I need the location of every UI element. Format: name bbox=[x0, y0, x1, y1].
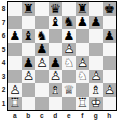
square-f3[interactable]: ♞♘ bbox=[76, 70, 90, 84]
piece-black-bishop: ♝ bbox=[23, 30, 34, 43]
piece-white-king: ♚♔ bbox=[90, 97, 101, 110]
piece-black-knight: ♞ bbox=[63, 16, 74, 29]
square-e2[interactable]: ♛♕ bbox=[62, 83, 76, 97]
square-e8[interactable] bbox=[62, 2, 76, 16]
square-a5[interactable] bbox=[8, 43, 22, 57]
square-b2[interactable] bbox=[22, 83, 36, 97]
square-c7[interactable] bbox=[35, 16, 49, 30]
chess-board: ♜♛♜♚♝♞♟♟♟♝♞♟♟♟♟♙♟♟♙♟♞♘♟♙♟♙♟♙♞♘♟♙♟♙♝♗♛♕♝♗… bbox=[7, 1, 117, 111]
piece-white-pawn: ♟♙ bbox=[90, 70, 101, 83]
piece-black-pawn: ♟ bbox=[90, 16, 101, 29]
square-g3[interactable]: ♟♙ bbox=[89, 70, 103, 84]
file-label-e: e bbox=[62, 111, 76, 120]
square-b4[interactable]: ♟ bbox=[22, 56, 36, 70]
rank-label-6: 6 bbox=[0, 29, 7, 43]
square-g5[interactable] bbox=[89, 43, 103, 57]
square-f2[interactable] bbox=[76, 83, 90, 97]
piece-black-bishop: ♝ bbox=[50, 16, 61, 29]
piece-black-knight: ♞ bbox=[36, 30, 47, 43]
square-h7[interactable] bbox=[103, 16, 117, 30]
square-d4[interactable]: ♟ bbox=[49, 56, 63, 70]
square-h5[interactable] bbox=[103, 43, 117, 57]
file-label-c: c bbox=[35, 111, 49, 120]
square-e7[interactable]: ♞ bbox=[62, 16, 76, 30]
piece-white-pawn: ♟♙ bbox=[104, 84, 115, 97]
rank-label-8: 8 bbox=[0, 2, 7, 16]
rank-label-1: 1 bbox=[0, 97, 7, 111]
piece-black-rook: ♜ bbox=[23, 3, 34, 16]
file-label-d: d bbox=[49, 111, 63, 120]
piece-white-knight: ♞♘ bbox=[63, 57, 74, 70]
piece-black-rook: ♜ bbox=[77, 3, 88, 16]
file-label-a: a bbox=[8, 111, 22, 120]
chess-board-diagram: 87654321 ♜♛♜♚♝♞♟♟♟♝♞♟♟♟♟♙♟♟♙♟♞♘♟♙♟♙♟♙♞♘♟… bbox=[0, 0, 120, 120]
square-h3[interactable] bbox=[103, 70, 117, 84]
piece-black-pawn: ♟ bbox=[63, 30, 74, 43]
square-g8[interactable] bbox=[89, 2, 103, 16]
piece-white-bishop: ♝♗ bbox=[90, 84, 101, 97]
square-f7[interactable]: ♟ bbox=[76, 16, 90, 30]
piece-white-pawn: ♟♙ bbox=[63, 43, 74, 56]
square-a3[interactable] bbox=[8, 70, 22, 84]
square-a8[interactable] bbox=[8, 2, 22, 16]
square-h8[interactable]: ♚ bbox=[103, 2, 117, 16]
square-a2[interactable]: ♟♙ bbox=[8, 83, 22, 97]
square-e3[interactable] bbox=[62, 70, 76, 84]
piece-black-pawn: ♟ bbox=[36, 43, 47, 56]
piece-white-rook: ♜♖ bbox=[9, 97, 20, 110]
piece-white-pawn: ♟♙ bbox=[36, 57, 47, 70]
square-f6[interactable] bbox=[76, 29, 90, 43]
piece-black-pawn: ♟ bbox=[50, 57, 61, 70]
file-labels: abcdefgh bbox=[8, 111, 116, 120]
rank-label-2: 2 bbox=[0, 83, 7, 97]
piece-white-queen: ♛♕ bbox=[63, 84, 74, 97]
square-b8[interactable]: ♜ bbox=[22, 2, 36, 16]
piece-black-queen: ♛ bbox=[50, 3, 61, 16]
square-d8[interactable]: ♛ bbox=[49, 2, 63, 16]
square-c6[interactable]: ♞ bbox=[35, 29, 49, 43]
rank-label-3: 3 bbox=[0, 70, 7, 84]
square-b6[interactable]: ♝ bbox=[22, 29, 36, 43]
piece-black-pawn: ♟ bbox=[104, 30, 115, 43]
square-f1[interactable]: ♜♖ bbox=[76, 97, 90, 111]
piece-white-bishop: ♝♗ bbox=[50, 84, 61, 97]
square-h2[interactable]: ♟♙ bbox=[103, 83, 117, 97]
square-h4[interactable] bbox=[103, 56, 117, 70]
rank-label-4: 4 bbox=[0, 56, 7, 70]
piece-black-pawn: ♟ bbox=[77, 16, 88, 29]
square-a7[interactable] bbox=[8, 16, 22, 30]
square-c8[interactable] bbox=[35, 2, 49, 16]
square-g2[interactable]: ♝♗ bbox=[89, 83, 103, 97]
square-d3[interactable]: ♟♙ bbox=[49, 70, 63, 84]
rank-label-5: 5 bbox=[0, 43, 7, 57]
piece-white-pawn: ♟♙ bbox=[23, 70, 34, 83]
piece-white-pawn: ♟♙ bbox=[50, 70, 61, 83]
piece-white-pawn: ♟♙ bbox=[77, 57, 88, 70]
piece-white-pawn: ♟♙ bbox=[9, 84, 20, 97]
square-b5[interactable] bbox=[22, 43, 36, 57]
square-c1[interactable] bbox=[35, 97, 49, 111]
rank-labels: 87654321 bbox=[0, 2, 7, 110]
piece-white-knight: ♞♘ bbox=[77, 70, 88, 83]
rank-label-7: 7 bbox=[0, 16, 7, 30]
square-b7[interactable] bbox=[22, 16, 36, 30]
square-d2[interactable]: ♝♗ bbox=[49, 83, 63, 97]
file-label-h: h bbox=[103, 111, 117, 120]
square-c5[interactable]: ♟ bbox=[35, 43, 49, 57]
square-e4[interactable]: ♞♘ bbox=[62, 56, 76, 70]
square-b3[interactable]: ♟♙ bbox=[22, 70, 36, 84]
square-f4[interactable]: ♟♙ bbox=[76, 56, 90, 70]
square-g4[interactable] bbox=[89, 56, 103, 70]
square-h1[interactable] bbox=[103, 97, 117, 111]
piece-black-king: ♚ bbox=[104, 3, 115, 16]
square-d5[interactable] bbox=[49, 43, 63, 57]
square-a6[interactable]: ♟ bbox=[8, 29, 22, 43]
square-a4[interactable] bbox=[8, 56, 22, 70]
square-h6[interactable]: ♟ bbox=[103, 29, 117, 43]
square-e5[interactable]: ♟♙ bbox=[62, 43, 76, 57]
square-d1[interactable] bbox=[49, 97, 63, 111]
square-g1[interactable]: ♚♔ bbox=[89, 97, 103, 111]
square-c3[interactable] bbox=[35, 70, 49, 84]
square-f8[interactable]: ♜ bbox=[76, 2, 90, 16]
square-g6[interactable] bbox=[89, 29, 103, 43]
square-f5[interactable] bbox=[76, 43, 90, 57]
square-b1[interactable] bbox=[22, 97, 36, 111]
square-d7[interactable]: ♝ bbox=[49, 16, 63, 30]
square-e6[interactable]: ♟ bbox=[62, 29, 76, 43]
file-label-f: f bbox=[76, 111, 90, 120]
square-c2[interactable] bbox=[35, 83, 49, 97]
square-g7[interactable]: ♟ bbox=[89, 16, 103, 30]
square-c4[interactable]: ♟♙ bbox=[35, 56, 49, 70]
piece-black-pawn: ♟ bbox=[9, 30, 20, 43]
piece-black-pawn: ♟ bbox=[23, 57, 34, 70]
file-label-b: b bbox=[22, 111, 36, 120]
square-e1[interactable] bbox=[62, 97, 76, 111]
piece-white-rook: ♜♖ bbox=[77, 97, 88, 110]
square-a1[interactable]: ♜♖ bbox=[8, 97, 22, 111]
file-label-g: g bbox=[89, 111, 103, 120]
square-d6[interactable] bbox=[49, 29, 63, 43]
